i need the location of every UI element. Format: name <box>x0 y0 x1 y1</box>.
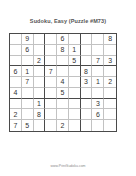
sudoku-cell-empty[interactable] <box>81 88 93 99</box>
sudoku-cell-empty[interactable] <box>45 120 57 131</box>
sudoku-cell-empty[interactable] <box>81 45 93 56</box>
sudoku-cell-given[interactable]: 7 <box>45 66 57 77</box>
sudoku-cell-given[interactable]: 6 <box>10 66 22 77</box>
sudoku-cell-given[interactable]: 6 <box>57 34 69 45</box>
sudoku-cell-given[interactable]: 5 <box>22 120 34 131</box>
sudoku-cell-empty[interactable] <box>104 88 116 99</box>
sudoku-cell-empty[interactable] <box>81 56 93 67</box>
page-title: Sudoku, Easy (Puzzle #M73) <box>0 18 136 24</box>
sudoku-cell-empty[interactable] <box>10 45 22 56</box>
sudoku-cell-given[interactable]: 8 <box>34 109 46 120</box>
sudoku-cell-empty[interactable] <box>45 77 57 88</box>
sudoku-cell-given[interactable]: 5 <box>69 56 81 67</box>
sudoku-cell-empty[interactable] <box>69 77 81 88</box>
sudoku-cell-empty[interactable] <box>69 88 81 99</box>
sudoku-cell-empty[interactable] <box>22 109 34 120</box>
sudoku-cell-given[interactable]: 2 <box>10 109 22 120</box>
sudoku-cell-given[interactable]: 8 <box>81 66 93 77</box>
sudoku-cell-empty[interactable] <box>104 66 116 77</box>
sudoku-cell-empty[interactable] <box>45 109 57 120</box>
sudoku-cell-empty[interactable] <box>22 56 34 67</box>
sudoku-cell-empty[interactable] <box>92 120 104 131</box>
sudoku-cell-empty[interactable] <box>92 45 104 56</box>
sudoku-cell-given[interactable]: 6 <box>22 45 34 56</box>
sudoku-cell-empty[interactable] <box>69 120 81 131</box>
sudoku-cell-given[interactable]: 3 <box>92 99 104 110</box>
sudoku-cell-empty[interactable] <box>92 34 104 45</box>
sudoku-cell-empty[interactable] <box>57 56 69 67</box>
sudoku-cell-empty[interactable] <box>34 77 46 88</box>
sudoku-cell-given[interactable]: 1 <box>69 45 81 56</box>
sudoku-cell-empty[interactable] <box>10 77 22 88</box>
sudoku-cell-empty[interactable] <box>81 109 93 120</box>
sudoku-cell-empty[interactable] <box>45 99 57 110</box>
sudoku-cell-empty[interactable] <box>34 45 46 56</box>
footer-credit: www.PrintSudoku.com <box>0 164 136 168</box>
sudoku-cell-given[interactable]: 1 <box>92 77 104 88</box>
sudoku-cell-given[interactable]: 2 <box>57 120 69 131</box>
sudoku-cell-empty[interactable] <box>57 66 69 77</box>
sudoku-cell-empty[interactable] <box>104 109 116 120</box>
sudoku-cell-empty[interactable] <box>104 99 116 110</box>
sudoku-cell-empty[interactable] <box>69 66 81 77</box>
sudoku-cell-empty[interactable] <box>81 99 93 110</box>
sudoku-cell-empty[interactable] <box>10 99 22 110</box>
sudoku-cell-empty[interactable] <box>69 34 81 45</box>
sudoku-cell-empty[interactable] <box>22 88 34 99</box>
sudoku-cell-empty[interactable] <box>92 66 104 77</box>
sudoku-cell-given[interactable]: 2 <box>34 56 46 67</box>
sudoku-cell-empty[interactable] <box>81 120 93 131</box>
sudoku-cell-empty[interactable] <box>57 99 69 110</box>
sudoku-cell-given[interactable]: 8 <box>57 45 69 56</box>
sudoku-cell-given[interactable]: 5 <box>57 88 69 99</box>
sudoku-cell-empty[interactable] <box>34 66 46 77</box>
sudoku-cell-given[interactable]: 1 <box>34 99 46 110</box>
sudoku-cell-empty[interactable] <box>34 120 46 131</box>
sudoku-cell-empty[interactable] <box>10 34 22 45</box>
sudoku-cell-empty[interactable] <box>45 45 57 56</box>
sudoku-cell-empty[interactable] <box>10 56 22 67</box>
sudoku-board: 96868125736178743124513286752 <box>9 33 117 132</box>
sudoku-cell-given[interactable]: 3 <box>81 77 93 88</box>
sudoku-cell-empty[interactable] <box>57 109 69 120</box>
sudoku-cell-empty[interactable] <box>104 120 116 131</box>
sudoku-cell-empty[interactable] <box>34 34 46 45</box>
sudoku-cell-given[interactable]: 7 <box>10 120 22 131</box>
sudoku-cell-empty[interactable] <box>92 88 104 99</box>
sudoku-cell-empty[interactable] <box>69 109 81 120</box>
sudoku-cell-given[interactable]: 7 <box>22 77 34 88</box>
sudoku-cell-given[interactable]: 4 <box>10 88 22 99</box>
sudoku-cell-empty[interactable] <box>81 34 93 45</box>
sudoku-cell-empty[interactable] <box>69 99 81 110</box>
sudoku-cell-empty[interactable] <box>104 45 116 56</box>
sudoku-cell-empty[interactable] <box>34 88 46 99</box>
sudoku-cell-empty[interactable] <box>45 88 57 99</box>
sudoku-cell-empty[interactable] <box>22 99 34 110</box>
sudoku-cell-empty[interactable] <box>45 34 57 45</box>
sudoku-cell-given[interactable]: 3 <box>104 56 116 67</box>
sudoku-cell-given[interactable]: 8 <box>104 34 116 45</box>
sudoku-cell-empty[interactable] <box>45 56 57 67</box>
sudoku-cell-given[interactable]: 4 <box>57 77 69 88</box>
sudoku-cell-given[interactable]: 2 <box>104 77 116 88</box>
sudoku-cell-given[interactable]: 6 <box>92 109 104 120</box>
sudoku-cell-given[interactable]: 1 <box>22 66 34 77</box>
sudoku-cell-given[interactable]: 9 <box>22 34 34 45</box>
sudoku-cell-given[interactable]: 7 <box>92 56 104 67</box>
